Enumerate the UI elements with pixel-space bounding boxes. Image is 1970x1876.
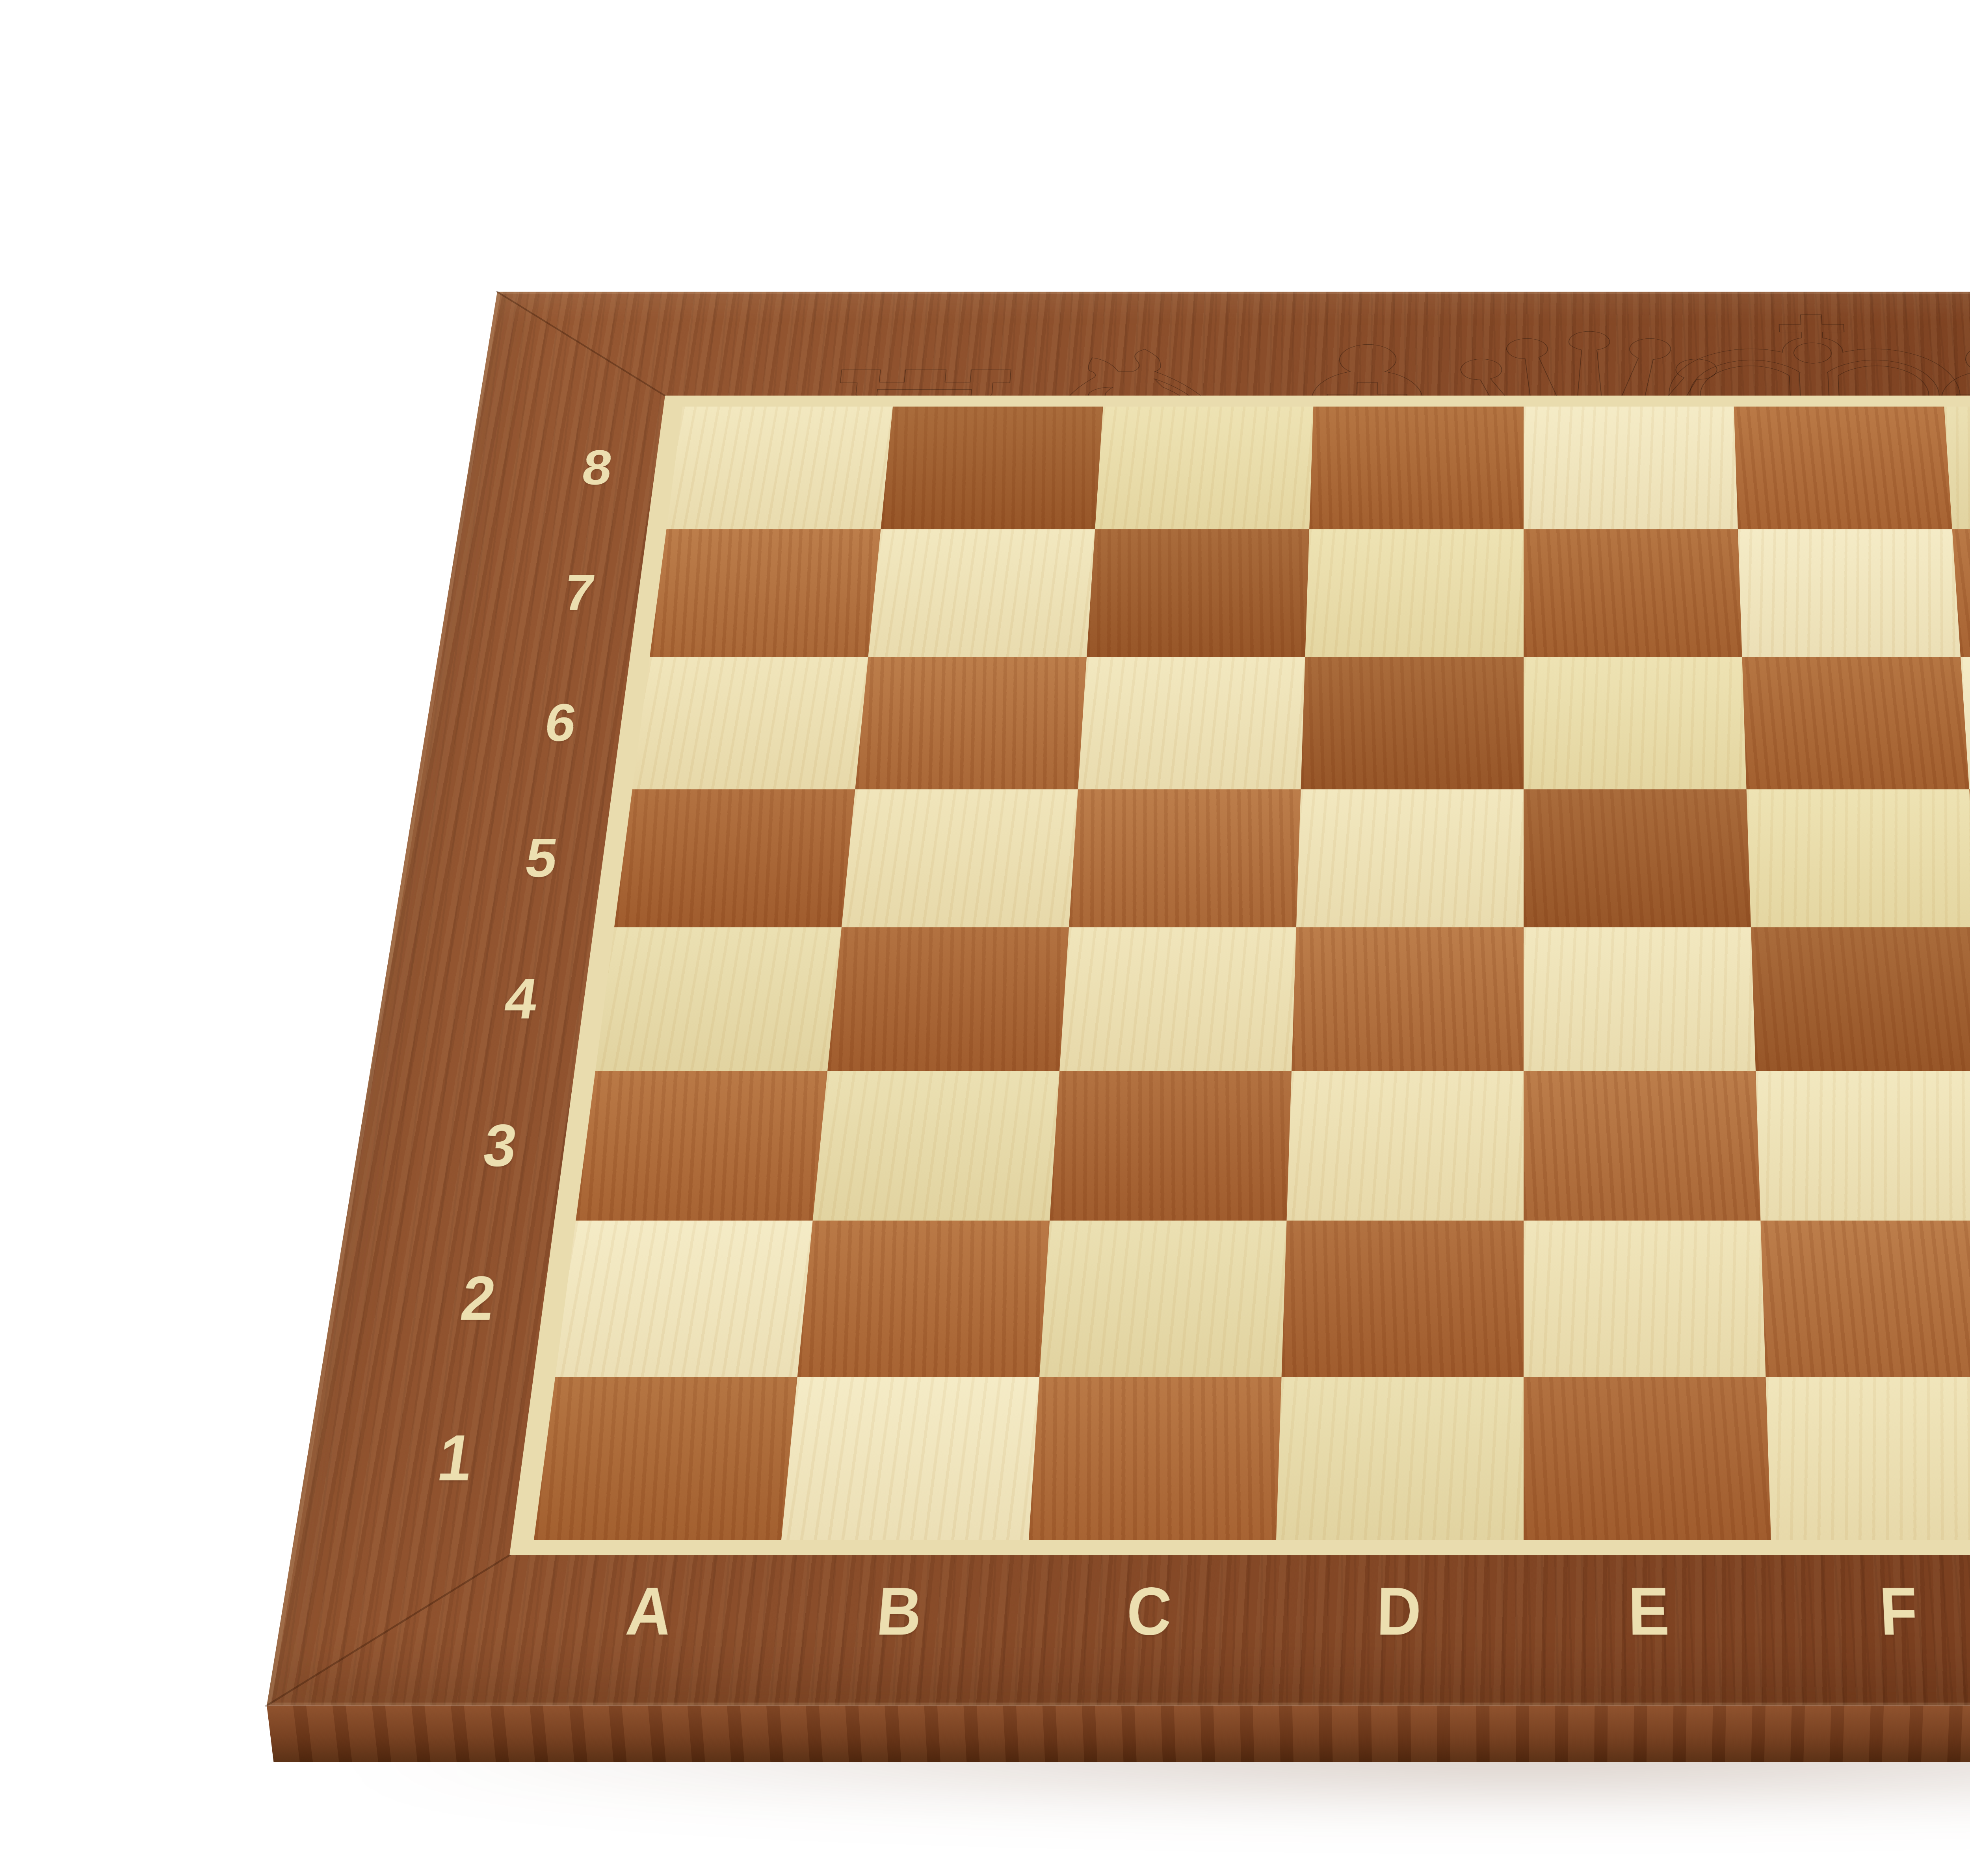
scene: 8765432187654321ABCDEFGH ♜♞♝♛♚♝♞♜♟♟♟♟♟♟♟… — [0, 0, 1970, 1876]
square-c6[interactable] — [1078, 657, 1305, 789]
square-c4[interactable] — [1059, 927, 1296, 1071]
square-a6[interactable] — [632, 657, 868, 789]
square-d5[interactable] — [1296, 789, 1524, 927]
square-b6[interactable] — [855, 657, 1087, 789]
square-c3[interactable] — [1050, 1071, 1292, 1220]
square-e3[interactable] — [1524, 1071, 1760, 1220]
square-a5[interactable] — [614, 789, 855, 927]
square-b5[interactable] — [842, 789, 1078, 927]
board-front-edge — [267, 1705, 1970, 1762]
square-d2[interactable] — [1282, 1220, 1524, 1377]
square-b3[interactable] — [813, 1071, 1059, 1220]
square-e5[interactable] — [1524, 789, 1751, 927]
square-b2[interactable] — [797, 1220, 1050, 1377]
square-f1[interactable] — [1766, 1377, 1970, 1540]
square-f6[interactable] — [1742, 657, 1969, 789]
chess-board: 8765432187654321ABCDEFGH ♜♞♝♛♚♝♞♜♟♟♟♟♟♟♟… — [267, 292, 1970, 1705]
square-e6[interactable] — [1524, 657, 1747, 789]
square-e1[interactable] — [1524, 1377, 1771, 1540]
square-d1[interactable] — [1276, 1377, 1524, 1540]
square-b1[interactable] — [781, 1377, 1039, 1540]
square-f4[interactable] — [1751, 927, 1970, 1071]
square-d3[interactable] — [1287, 1071, 1524, 1220]
square-d4[interactable] — [1292, 927, 1524, 1071]
square-a1[interactable] — [534, 1377, 797, 1540]
square-d6[interactable] — [1301, 657, 1524, 789]
square-a2[interactable] — [555, 1220, 812, 1377]
square-f5[interactable] — [1747, 789, 1970, 927]
square-c1[interactable] — [1029, 1377, 1282, 1540]
square-f3[interactable] — [1756, 1071, 1970, 1220]
square-b4[interactable] — [827, 927, 1069, 1071]
square-c5[interactable] — [1069, 789, 1301, 927]
square-c2[interactable] — [1039, 1220, 1286, 1377]
square-e4[interactable] — [1524, 927, 1756, 1071]
square-a4[interactable] — [595, 927, 842, 1071]
square-a3[interactable] — [576, 1071, 827, 1220]
